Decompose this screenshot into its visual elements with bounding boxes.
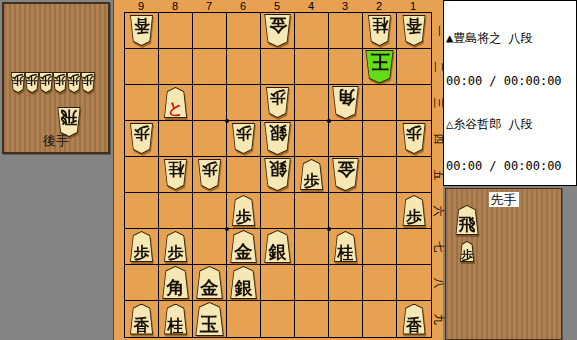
piece-sente-歩[interactable]: 歩 (231, 195, 257, 226)
file-label: 7 (192, 0, 226, 12)
square-4-9[interactable] (295, 301, 329, 337)
square-5-5[interactable]: 銀 (261, 157, 295, 193)
square-8-7[interactable]: 歩 (159, 229, 193, 265)
square-6-2[interactable] (227, 49, 261, 85)
gote-player: △糸谷哲郎 八段 (446, 117, 574, 131)
square-4-8[interactable] (295, 265, 329, 301)
square-4-1[interactable] (295, 13, 329, 49)
square-4-5[interactable]: 歩 (295, 157, 329, 193)
square-6-8[interactable]: 銀 (227, 265, 261, 301)
square-9-6[interactable] (125, 193, 159, 229)
file-labels: 987654321 (124, 0, 430, 12)
square-4-3[interactable] (295, 85, 329, 121)
piece-sente-角[interactable]: 角 (161, 266, 191, 299)
sente-clock: 00:00 / 00:00:00 (446, 74, 574, 88)
square-8-8[interactable]: 角 (159, 265, 193, 301)
komadai-sente: 先手 飛歩 (445, 188, 562, 340)
board-area: 987654321 香金桂香王と歩角歩歩銀歩桂歩銀歩金歩歩歩歩金銀桂角金銀香桂玉… (113, 0, 443, 340)
square-2-6[interactable] (363, 193, 397, 229)
square-2-5[interactable] (363, 157, 397, 193)
square-7-8[interactable]: 金 (193, 265, 227, 301)
square-3-8[interactable] (329, 265, 363, 301)
square-9-7[interactable]: 歩 (125, 229, 159, 265)
square-9-2[interactable] (125, 49, 159, 85)
square-5-3[interactable]: 歩 (261, 85, 295, 121)
square-3-4[interactable] (329, 121, 363, 157)
piece-gote-王[interactable]: 王 (364, 50, 396, 84)
hoshi-dot (225, 119, 229, 123)
square-8-2[interactable] (159, 49, 193, 85)
hoshi-dot (225, 227, 229, 231)
square-6-4[interactable]: 歩 (227, 121, 261, 157)
sente-player: ▲豊島将之 八段 (446, 31, 574, 45)
piece-gote-香[interactable]: 香 (129, 15, 155, 46)
square-2-9[interactable] (363, 301, 397, 337)
square-8-5[interactable]: 桂 (159, 157, 193, 193)
piece-sente-銀[interactable]: 銀 (229, 266, 259, 299)
square-7-3[interactable] (193, 85, 227, 121)
square-4-4[interactable] (295, 121, 329, 157)
piece-sente-と[interactable]: と (163, 87, 189, 118)
piece-sente-歩[interactable]: 歩 (129, 231, 155, 262)
gote-label: 後手 (4, 132, 108, 150)
square-8-3[interactable]: と (159, 85, 193, 121)
file-label: 9 (124, 0, 158, 12)
piece-sente-飛[interactable]: 飛 (454, 205, 480, 235)
piece-sente-銀[interactable]: 銀 (263, 230, 293, 263)
file-label: 2 (362, 0, 396, 12)
square-2-8[interactable] (363, 265, 397, 301)
square-6-7[interactable]: 金 (227, 229, 261, 265)
piece-sente-歩[interactable]: 歩 (299, 159, 325, 190)
square-9-5[interactable] (125, 157, 159, 193)
piece-gote-角[interactable]: 角 (331, 86, 361, 119)
piece-gote-桂[interactable]: 桂 (163, 159, 189, 190)
square-5-1[interactable]: 金 (261, 13, 295, 49)
square-7-7[interactable] (193, 229, 227, 265)
square-2-3[interactable] (363, 85, 397, 121)
hoshi-dot (327, 119, 331, 123)
gote-hand-pawns: 歩歩歩歩歩歩 (10, 72, 94, 93)
square-3-5[interactable]: 金 (329, 157, 363, 193)
square-3-6[interactable] (329, 193, 363, 229)
square-2-4[interactable] (363, 121, 397, 157)
square-8-4[interactable] (159, 121, 193, 157)
file-label: 6 (226, 0, 260, 12)
square-3-3[interactable]: 角 (329, 85, 363, 121)
square-9-1[interactable]: 香 (125, 13, 159, 49)
square-4-6[interactable] (295, 193, 329, 229)
square-3-9[interactable] (329, 301, 363, 337)
komadai-gote: 歩歩歩歩歩歩 飛 後手 (2, 2, 110, 154)
square-5-6[interactable] (261, 193, 295, 229)
square-7-6[interactable] (193, 193, 227, 229)
game-info-panel: ▲豊島将之 八段 00:00 / 00:00:00 △糸谷哲郎 八段 00:00… (443, 0, 577, 186)
piece-gote-金[interactable]: 金 (331, 158, 361, 191)
square-6-5[interactable] (227, 157, 261, 193)
square-5-9[interactable] (261, 301, 295, 337)
piece-gote-銀[interactable]: 銀 (263, 158, 293, 191)
square-7-1[interactable] (193, 13, 227, 49)
square-5-7[interactable]: 銀 (261, 229, 295, 265)
sente-hand-pieces: 飛歩 (454, 205, 480, 268)
square-6-6[interactable]: 歩 (227, 193, 261, 229)
square-7-2[interactable] (193, 49, 227, 85)
piece-sente-歩[interactable]: 歩 (459, 241, 475, 262)
square-9-3[interactable] (125, 85, 159, 121)
piece-gote-歩[interactable]: 歩 (129, 123, 155, 154)
piece-sente-金[interactable]: 金 (195, 266, 225, 299)
square-6-9[interactable] (227, 301, 261, 337)
shogi-app: 歩歩歩歩歩歩 飛 後手 987654321 香金桂香王と歩角歩歩銀歩桂歩銀歩金歩… (0, 0, 577, 340)
square-8-1[interactable] (159, 13, 193, 49)
square-3-2[interactable] (329, 49, 363, 85)
square-2-7[interactable] (363, 229, 397, 265)
square-5-8[interactable] (261, 265, 295, 301)
shogi-board: 香金桂香王と歩角歩歩銀歩桂歩銀歩金歩歩歩歩金銀桂角金銀香桂玉香 (124, 12, 432, 338)
piece-sente-歩[interactable]: 歩 (163, 231, 189, 262)
square-3-7[interactable]: 桂 (329, 229, 363, 265)
square-2-2[interactable]: 王 (363, 49, 397, 85)
piece-gote-銀[interactable]: 銀 (263, 122, 293, 155)
file-label: 4 (294, 0, 328, 12)
file-label: 5 (260, 0, 294, 12)
piece-gote-桂[interactable]: 桂 (367, 15, 393, 46)
gote-clock: 00:00 / 00:00:00 (446, 159, 574, 173)
square-4-7[interactable] (295, 229, 329, 265)
file-label: 8 (158, 0, 192, 12)
hoshi-dot (327, 227, 331, 231)
piece-gote-歩[interactable]: 歩 (265, 87, 291, 118)
square-5-4[interactable]: 銀 (261, 121, 295, 157)
square-7-9[interactable]: 玉 (193, 301, 227, 337)
piece-sente-桂[interactable]: 桂 (333, 231, 359, 262)
file-label: 3 (328, 0, 362, 12)
square-8-9[interactable]: 桂 (159, 301, 193, 337)
square-9-4[interactable]: 歩 (125, 121, 159, 157)
piece-gote-歩[interactable]: 歩 (231, 123, 257, 154)
square-2-1[interactable]: 桂 (363, 13, 397, 49)
piece-sente-金[interactable]: 金 (229, 230, 259, 263)
piece-gote-歩[interactable]: 歩 (197, 159, 223, 190)
square-4-2[interactable] (295, 49, 329, 85)
square-3-1[interactable] (329, 13, 363, 49)
piece-sente-桂[interactable]: 桂 (163, 304, 189, 335)
square-6-1[interactable] (227, 13, 261, 49)
piece-sente-玉[interactable]: 玉 (194, 302, 226, 336)
file-label: 1 (396, 0, 430, 12)
square-8-6[interactable] (159, 193, 193, 229)
square-5-2[interactable] (261, 49, 295, 85)
piece-sente-香[interactable]: 香 (129, 304, 155, 335)
piece-gote-金[interactable]: 金 (263, 14, 293, 47)
square-6-3[interactable] (227, 85, 261, 121)
square-9-8[interactable] (125, 265, 159, 301)
square-7-4[interactable] (193, 121, 227, 157)
piece-gote-歩[interactable]: 歩 (80, 72, 96, 93)
square-9-9[interactable]: 香 (125, 301, 159, 337)
square-7-5[interactable]: 歩 (193, 157, 227, 193)
